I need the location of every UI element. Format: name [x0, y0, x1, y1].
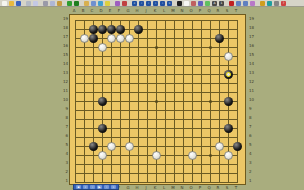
- hoshi-point: [209, 46, 212, 49]
- coordinate-label: 12: [61, 80, 68, 84]
- coordinate-label: 16: [61, 44, 68, 48]
- coordinate-label: N: [178, 186, 187, 190]
- coordinate-label: L: [160, 9, 169, 13]
- coordinate-label: 14: [249, 62, 256, 66]
- coordinate-label: 1: [61, 179, 68, 183]
- coordinate-label: 19: [61, 17, 68, 21]
- white-stone: [98, 151, 107, 160]
- coordinate-label: 6: [61, 134, 68, 138]
- forward-10-icon[interactable]: ›: [160, 1, 165, 6]
- app-window: «‹‹››»A1? AA1919BB1818CC1717DD1616EE1515…: [0, 0, 304, 190]
- paste-icon[interactable]: [57, 1, 62, 6]
- zoom-in-icon[interactable]: [236, 1, 241, 6]
- coordinate-label: 15: [249, 53, 256, 57]
- letter-mark-icon[interactable]: A: [212, 1, 217, 6]
- new-icon[interactable]: [2, 1, 7, 6]
- coordinate-label: 4: [61, 152, 68, 156]
- coordinate-label: 7: [61, 125, 68, 129]
- coordinate-label: Q: [205, 186, 214, 190]
- black-stone: [89, 25, 98, 34]
- black-stone: [224, 97, 233, 106]
- game-tree-icon[interactable]: [91, 1, 96, 6]
- white-stone: [98, 43, 107, 52]
- black-stone: [134, 25, 143, 34]
- last-move-icon[interactable]: »: [167, 1, 172, 6]
- white-stone: [152, 151, 161, 160]
- coordinate-label: 4: [249, 152, 256, 156]
- coordinate-label: T: [232, 9, 241, 13]
- coordinate-label: E: [106, 9, 115, 13]
- white-stone: [224, 151, 233, 160]
- coordinate-label: 14: [61, 62, 68, 66]
- black-stone: [116, 25, 125, 34]
- cut-icon[interactable]: [43, 1, 48, 6]
- help-icon[interactable]: ?: [281, 1, 286, 6]
- nav-menu-button[interactable]: ▪: [76, 185, 81, 189]
- coordinate-label: 16: [249, 44, 256, 48]
- white-stone: [125, 142, 134, 151]
- coordinate-label: O: [187, 186, 196, 190]
- coordinate-label: B: [79, 9, 88, 13]
- coordinate-label: H: [133, 9, 142, 13]
- coordinate-label: P: [196, 186, 205, 190]
- white-stone-icon[interactable]: [184, 1, 189, 6]
- white-stone: [125, 34, 134, 43]
- coordinate-label: G: [124, 9, 133, 13]
- white-stone: [224, 52, 233, 61]
- triangle-mark-icon[interactable]: [191, 1, 196, 6]
- coordinate-label: N: [178, 9, 187, 13]
- coordinate-label: P: [196, 9, 205, 13]
- white-stone: [215, 142, 224, 151]
- print-icon[interactable]: [26, 1, 31, 6]
- white-stone: [188, 151, 197, 160]
- coordinate-label: 9: [249, 107, 256, 111]
- coordinate-label: 8: [249, 116, 256, 120]
- coordinate-label: 13: [61, 71, 68, 75]
- coordinate-label: H: [133, 186, 142, 190]
- last-move-marker-icon: [226, 72, 231, 77]
- nav-prev-button[interactable]: ‹: [90, 185, 95, 189]
- coordinate-label: 3: [61, 161, 68, 165]
- coordinate-label: 8: [61, 116, 68, 120]
- coordinate-label: O: [187, 9, 196, 13]
- nav-first-button[interactable]: «: [83, 185, 88, 189]
- coordinate-label: J: [142, 186, 151, 190]
- coordinate-label: 13: [249, 71, 256, 75]
- navigation-bar: ▪«‹▶›»: [73, 184, 119, 190]
- black-stone: [233, 142, 242, 151]
- black-stone: [215, 34, 224, 43]
- black-stone: [89, 142, 98, 151]
- delete-icon[interactable]: [229, 1, 234, 6]
- coordinate-label: 15: [61, 53, 68, 57]
- coordinate-label: M: [169, 186, 178, 190]
- game-info-icon[interactable]: [98, 1, 103, 6]
- new-board-icon[interactable]: [84, 1, 89, 6]
- hoshi-point: [155, 100, 158, 103]
- clock-icon[interactable]: [267, 1, 272, 6]
- coordinate-label: 11: [61, 89, 68, 93]
- coordinate-label: 5: [61, 143, 68, 147]
- coordinate-label: R: [214, 9, 223, 13]
- black-stone: [98, 97, 107, 106]
- coordinate-label: 10: [249, 98, 256, 102]
- coordinate-label: F: [115, 9, 124, 13]
- coordinate-label: M: [169, 9, 178, 13]
- coordinate-label: 7: [249, 125, 256, 129]
- toolbar: «‹‹››»A1?: [0, 0, 304, 7]
- coordinate-label: 19: [249, 17, 256, 21]
- back-10-icon[interactable]: ‹: [139, 1, 144, 6]
- coordinate-label: S: [223, 186, 232, 190]
- undo-icon[interactable]: [67, 1, 72, 6]
- white-stone: [80, 34, 89, 43]
- coordinate-label: J: [142, 9, 151, 13]
- number-mark-icon[interactable]: 1: [219, 1, 224, 6]
- copy-icon[interactable]: [50, 1, 55, 6]
- white-stone: [116, 34, 125, 43]
- coordinate-label: 17: [61, 35, 68, 39]
- resign-icon[interactable]: [122, 1, 127, 6]
- coordinate-label: 2: [249, 170, 256, 174]
- coordinate-label: G: [124, 186, 133, 190]
- nav-last-button[interactable]: »: [111, 185, 116, 189]
- open-icon[interactable]: [9, 1, 14, 6]
- coordinate-label: 2: [61, 170, 68, 174]
- coordinate-label: 10: [61, 98, 68, 102]
- nav-play-button[interactable]: ▶: [97, 185, 102, 189]
- sound-icon[interactable]: [260, 1, 265, 6]
- coordinate-label: L: [160, 186, 169, 190]
- square-mark-icon[interactable]: [198, 1, 203, 6]
- coordinate-label: A: [70, 9, 79, 13]
- coordinate-label: 18: [249, 26, 256, 30]
- coordinate-label: C: [88, 9, 97, 13]
- coordinate-label: K: [151, 186, 160, 190]
- coordinate-label: 3: [249, 161, 256, 165]
- coordinate-label: Q: [205, 9, 214, 13]
- pass-icon[interactable]: [115, 1, 120, 6]
- comment-icon[interactable]: [105, 1, 110, 6]
- black-stone: [107, 25, 116, 34]
- first-move-icon[interactable]: «: [132, 1, 137, 6]
- coordinate-label: K: [151, 9, 160, 13]
- coordinate-label: R: [214, 186, 223, 190]
- nav-next-button[interactable]: ›: [104, 185, 109, 189]
- next-move-icon[interactable]: ›: [153, 1, 158, 6]
- white-stone: [107, 142, 116, 151]
- coordinate-label: 1: [249, 179, 256, 183]
- black-stone: [98, 25, 107, 34]
- go-board[interactable]: [69, 14, 246, 185]
- settings-icon[interactable]: [274, 1, 279, 6]
- coordinate-label: 17: [249, 35, 256, 39]
- coordinate-label: 9: [61, 107, 68, 111]
- coordinate-label: D: [97, 9, 106, 13]
- redo-icon[interactable]: [74, 1, 79, 6]
- coordinate-label: 12: [249, 80, 256, 84]
- coordinate-label: S: [223, 9, 232, 13]
- save-icon[interactable]: [16, 1, 21, 6]
- black-stone: [89, 34, 98, 43]
- rotate-board-icon[interactable]: [250, 1, 255, 6]
- hoshi-point: [209, 100, 212, 103]
- white-stone: [107, 34, 116, 43]
- coordinate-label: T: [232, 186, 241, 190]
- zoom-out-icon[interactable]: [243, 1, 248, 6]
- coordinate-label: 11: [249, 89, 256, 93]
- hoshi-point: [209, 154, 212, 157]
- black-stone: [224, 124, 233, 133]
- coordinate-label: 6: [249, 134, 256, 138]
- coordinate-label: 5: [249, 143, 256, 147]
- prev-move-icon[interactable]: ‹: [146, 1, 151, 6]
- search-icon[interactable]: [33, 1, 38, 6]
- black-stone-icon[interactable]: [177, 1, 182, 6]
- circle-mark-icon[interactable]: [205, 1, 210, 6]
- hoshi-point: [155, 46, 158, 49]
- black-stone-last-move: [224, 70, 233, 79]
- coordinate-label: 18: [61, 26, 68, 30]
- black-stone: [98, 124, 107, 133]
